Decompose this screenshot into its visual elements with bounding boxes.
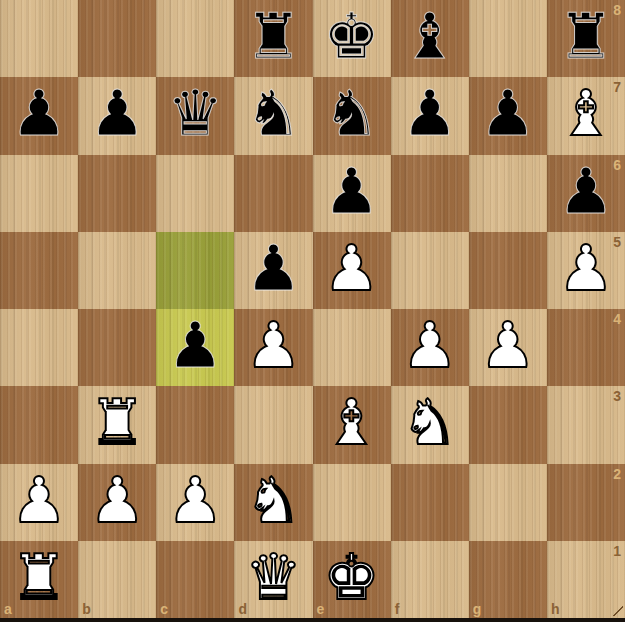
square-f2[interactable] [391,464,469,541]
square-h3[interactable]: 3 [547,386,625,463]
file-label-g: g [473,601,482,617]
square-h2[interactable]: 2 [547,464,625,541]
white-pawn[interactable]: ♟ [480,314,536,377]
square-h6[interactable]: ♟6 [547,155,625,232]
square-f8[interactable]: ♝ [391,0,469,77]
square-b7[interactable]: ♟ [78,77,156,154]
square-e7[interactable]: ♞ [313,77,391,154]
square-d1[interactable]: ♛d [234,541,312,618]
file-label-a: a [4,601,12,617]
square-h1[interactable]: 1h [547,541,625,618]
black-knight[interactable]: ♞ [323,82,379,145]
square-a8[interactable] [0,0,78,77]
square-b8[interactable] [78,0,156,77]
black-pawn[interactable]: ♟ [480,82,536,145]
black-king[interactable]: ♚ [323,5,379,68]
black-pawn[interactable]: ♟ [11,82,67,145]
file-label-d: d [238,601,247,617]
square-d3[interactable] [234,386,312,463]
white-rook[interactable]: ♜ [11,546,67,609]
white-pawn[interactable]: ♟ [558,237,614,300]
square-b2[interactable]: ♟ [78,464,156,541]
chess-board: ♜♚♝♜8♟♟♛♞♞♟♟♝7♟♟6♟♟♟5♟♟♟♟4♜♝♞3♟♟♟♞2♜abc♛… [0,0,625,618]
black-knight[interactable]: ♞ [245,82,301,145]
white-knight[interactable]: ♞ [245,469,301,532]
square-b1[interactable]: b [78,541,156,618]
white-pawn[interactable]: ♟ [89,469,145,532]
black-pawn[interactable]: ♟ [89,82,145,145]
white-rook[interactable]: ♜ [89,391,145,454]
square-h8[interactable]: ♜8 [547,0,625,77]
white-bishop[interactable]: ♝ [323,391,379,454]
square-a7[interactable]: ♟ [0,77,78,154]
file-label-f: f [395,601,400,617]
square-c8[interactable] [156,0,234,77]
square-b3[interactable]: ♜ [78,386,156,463]
square-d5[interactable]: ♟ [234,232,312,309]
black-pawn[interactable]: ♟ [401,82,457,145]
white-pawn[interactable]: ♟ [323,237,379,300]
rank-label-6: 6 [613,157,621,173]
square-c2[interactable]: ♟ [156,464,234,541]
square-a1[interactable]: ♜a [0,541,78,618]
square-d7[interactable]: ♞ [234,77,312,154]
square-a5[interactable] [0,232,78,309]
square-c7[interactable]: ♛ [156,77,234,154]
black-rook[interactable]: ♜ [558,5,614,68]
square-b4[interactable] [78,309,156,386]
file-label-c: c [160,601,168,617]
square-c3[interactable] [156,386,234,463]
rank-label-7: 7 [613,79,621,95]
square-b5[interactable] [78,232,156,309]
black-pawn[interactable]: ♟ [558,160,614,223]
black-queen[interactable]: ♛ [167,82,223,145]
square-h5[interactable]: ♟5 [547,232,625,309]
file-label-h: h [551,601,560,617]
square-f1[interactable]: f [391,541,469,618]
black-pawn[interactable]: ♟ [245,237,301,300]
white-bishop[interactable]: ♝ [558,82,614,145]
square-c1[interactable]: c [156,541,234,618]
rank-label-8: 8 [613,2,621,18]
page-background-strip [0,618,625,622]
white-pawn[interactable]: ♟ [167,469,223,532]
square-g3[interactable] [469,386,547,463]
white-king[interactable]: ♚ [323,546,379,609]
black-bishop[interactable]: ♝ [401,5,457,68]
square-h4[interactable]: 4 [547,309,625,386]
rank-label-1: 1 [613,543,621,559]
rank-label-5: 5 [613,234,621,250]
square-g5[interactable] [469,232,547,309]
rank-label-3: 3 [613,388,621,404]
square-a2[interactable]: ♟ [0,464,78,541]
square-b6[interactable] [78,155,156,232]
square-d6[interactable] [234,155,312,232]
square-e1[interactable]: ♚e [313,541,391,618]
rank-label-2: 2 [613,466,621,482]
square-e2[interactable] [313,464,391,541]
white-pawn[interactable]: ♟ [11,469,67,532]
square-f7[interactable]: ♟ [391,77,469,154]
white-pawn[interactable]: ♟ [401,314,457,377]
square-d4[interactable]: ♟ [234,309,312,386]
white-knight[interactable]: ♞ [401,391,457,454]
square-e3[interactable]: ♝ [313,386,391,463]
square-c6[interactable] [156,155,234,232]
file-label-e: e [317,601,325,617]
chess-board-wrapper: ♜♚♝♜8♟♟♛♞♞♟♟♝7♟♟6♟♟♟5♟♟♟♟4♜♝♞3♟♟♟♞2♜abc♛… [0,0,625,622]
square-g1[interactable]: g [469,541,547,618]
square-e4[interactable] [313,309,391,386]
file-label-b: b [82,601,91,617]
square-a3[interactable] [0,386,78,463]
rank-label-4: 4 [613,311,621,327]
white-pawn[interactable]: ♟ [245,314,301,377]
square-d2[interactable]: ♞ [234,464,312,541]
square-g7[interactable]: ♟ [469,77,547,154]
square-f3[interactable]: ♞ [391,386,469,463]
square-e8[interactable]: ♚ [313,0,391,77]
square-f4[interactable]: ♟ [391,309,469,386]
square-f5[interactable] [391,232,469,309]
black-pawn[interactable]: ♟ [167,314,223,377]
square-f6[interactable] [391,155,469,232]
square-e5[interactable]: ♟ [313,232,391,309]
square-d8[interactable]: ♜ [234,0,312,77]
square-g2[interactable] [469,464,547,541]
black-pawn[interactable]: ♟ [323,160,379,223]
square-e6[interactable]: ♟ [313,155,391,232]
square-g6[interactable] [469,155,547,232]
square-g8[interactable] [469,0,547,77]
square-g4[interactable]: ♟ [469,309,547,386]
white-queen[interactable]: ♛ [245,546,301,609]
square-c5[interactable] [156,232,234,309]
square-h7[interactable]: ♝7 [547,77,625,154]
square-a6[interactable] [0,155,78,232]
black-rook[interactable]: ♜ [245,5,301,68]
square-c4[interactable]: ♟ [156,309,234,386]
square-a4[interactable] [0,309,78,386]
